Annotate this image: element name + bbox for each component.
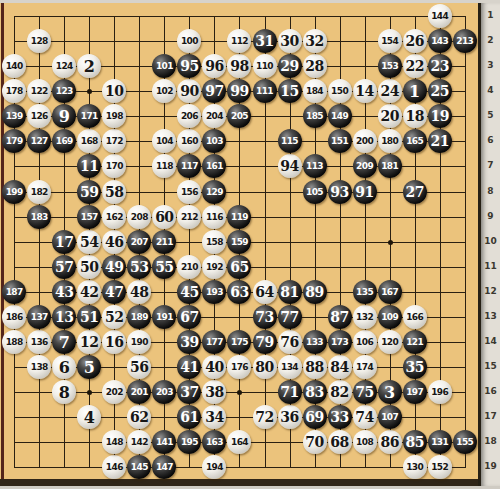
- stone-black-141: 141: [152, 430, 176, 454]
- star-point: [87, 89, 92, 94]
- stone-white-110: 110: [253, 54, 277, 78]
- stone-black-191: 191: [152, 305, 176, 329]
- stone-white-146: 146: [102, 455, 126, 479]
- stone-black-41: 41: [177, 355, 201, 379]
- stone-black-39: 39: [177, 330, 201, 354]
- stone-white-68: 68: [328, 430, 352, 454]
- row-label-1: 1: [481, 10, 500, 20]
- stone-black-57: 57: [52, 255, 76, 279]
- stone-white-22: 22: [403, 54, 427, 78]
- stone-white-102: 102: [152, 79, 176, 103]
- stone-black-205: 205: [227, 104, 251, 128]
- row-label-6: 6: [481, 135, 500, 145]
- stone-white-104: 104: [152, 129, 176, 153]
- stone-black-107: 107: [378, 405, 402, 429]
- stone-black-149: 149: [328, 104, 352, 128]
- row-label-5: 5: [481, 110, 500, 120]
- stone-white-156: 156: [177, 180, 201, 204]
- stone-black-77: 77: [278, 305, 302, 329]
- stone-white-132: 132: [353, 305, 377, 329]
- stone-white-24: 24: [378, 79, 402, 103]
- stone-black-79: 79: [253, 330, 277, 354]
- stone-white-80: 80: [253, 355, 277, 379]
- stone-white-52: 52: [102, 305, 126, 329]
- star-point: [237, 390, 242, 395]
- stone-white-144: 144: [428, 4, 452, 28]
- stone-white-186: 186: [2, 305, 26, 329]
- coordinate-strip: 12345678910111213141516171819: [481, 3, 500, 486]
- stone-black-99: 99: [227, 79, 251, 103]
- stone-white-112: 112: [227, 29, 251, 53]
- stone-black-175: 175: [227, 330, 251, 354]
- stone-black-87: 87: [328, 305, 352, 329]
- stone-white-26: 26: [403, 29, 427, 53]
- stone-white-60: 60: [152, 205, 176, 229]
- stone-black-53: 53: [127, 255, 151, 279]
- stone-white-8: 8: [52, 380, 76, 404]
- stone-white-154: 154: [378, 29, 402, 53]
- row-label-7: 7: [481, 160, 500, 170]
- stone-black-187: 187: [2, 280, 26, 304]
- stone-black-83: 83: [303, 380, 327, 404]
- stone-black-19: 19: [428, 104, 452, 128]
- stone-black-145: 145: [127, 455, 151, 479]
- stone-white-32: 32: [303, 29, 327, 53]
- stone-white-86: 86: [378, 430, 402, 454]
- stone-black-173: 173: [328, 330, 352, 354]
- stone-white-120: 120: [378, 330, 402, 354]
- stone-white-2: 2: [77, 54, 101, 78]
- stone-white-100: 100: [177, 29, 201, 53]
- stone-black-81: 81: [278, 280, 302, 304]
- stone-black-35: 35: [403, 355, 427, 379]
- stone-white-138: 138: [27, 355, 51, 379]
- row-label-10: 10: [481, 236, 500, 246]
- stone-black-103: 103: [202, 129, 226, 153]
- stone-white-208: 208: [127, 205, 151, 229]
- stone-black-65: 65: [227, 255, 251, 279]
- stone-black-43: 43: [52, 280, 76, 304]
- stone-black-165: 165: [403, 129, 427, 153]
- row-label-13: 13: [481, 311, 500, 321]
- stone-white-192: 192: [202, 255, 226, 279]
- stone-white-98: 98: [227, 54, 251, 78]
- row-label-15: 15: [481, 361, 500, 371]
- stone-black-129: 129: [202, 180, 226, 204]
- stone-black-113: 113: [303, 154, 327, 178]
- stone-black-203: 203: [152, 380, 176, 404]
- stone-white-106: 106: [353, 330, 377, 354]
- stone-white-128: 128: [27, 29, 51, 53]
- stone-black-123: 123: [52, 79, 76, 103]
- stone-black-3: 3: [378, 380, 402, 404]
- stone-black-159: 159: [227, 230, 251, 254]
- stone-black-207: 207: [127, 230, 151, 254]
- stone-black-97: 97: [202, 79, 226, 103]
- stone-white-174: 174: [353, 355, 377, 379]
- stone-black-23: 23: [428, 54, 452, 78]
- star-point: [87, 390, 92, 395]
- row-label-9: 9: [481, 211, 500, 221]
- stone-black-163: 163: [202, 430, 226, 454]
- stone-white-14: 14: [353, 79, 377, 103]
- stone-white-166: 166: [403, 305, 427, 329]
- stone-white-190: 190: [127, 330, 151, 354]
- stone-black-13: 13: [52, 305, 76, 329]
- stone-black-11: 11: [77, 154, 101, 178]
- stone-white-130: 130: [403, 455, 427, 479]
- stone-black-183: 183: [27, 205, 51, 229]
- stone-black-111: 111: [253, 79, 277, 103]
- stone-black-9: 9: [52, 104, 76, 128]
- stone-white-124: 124: [52, 54, 76, 78]
- stone-black-1: 1: [403, 79, 427, 103]
- stone-white-134: 134: [278, 355, 302, 379]
- stone-white-48: 48: [127, 280, 151, 304]
- stone-white-40: 40: [202, 355, 226, 379]
- stone-white-88: 88: [303, 355, 327, 379]
- stone-black-15: 15: [278, 79, 302, 103]
- stone-white-36: 36: [278, 405, 302, 429]
- stone-black-119: 119: [227, 205, 251, 229]
- stone-black-137: 137: [27, 305, 51, 329]
- row-label-4: 4: [481, 85, 500, 95]
- stone-black-135: 135: [353, 280, 377, 304]
- stone-black-55: 55: [152, 255, 176, 279]
- stone-black-47: 47: [102, 280, 126, 304]
- stone-white-164: 164: [227, 430, 251, 454]
- stone-black-189: 189: [127, 305, 151, 329]
- stone-black-211: 211: [152, 230, 176, 254]
- stone-black-209: 209: [353, 154, 377, 178]
- stone-black-155: 155: [453, 430, 477, 454]
- stone-black-167: 167: [378, 280, 402, 304]
- stone-white-204: 204: [202, 104, 226, 128]
- stone-black-71: 71: [278, 380, 302, 404]
- stone-black-115: 115: [278, 129, 302, 153]
- stone-black-171: 171: [77, 104, 101, 128]
- stone-white-94: 94: [278, 154, 302, 178]
- stone-black-63: 63: [227, 280, 251, 304]
- stone-white-176: 176: [227, 355, 251, 379]
- stone-white-34: 34: [202, 405, 226, 429]
- row-label-14: 14: [481, 336, 500, 346]
- stone-black-201: 201: [127, 380, 151, 404]
- stone-black-157: 157: [77, 205, 101, 229]
- stone-white-54: 54: [77, 230, 101, 254]
- stone-white-4: 4: [77, 405, 101, 429]
- stone-white-206: 206: [177, 104, 201, 128]
- stone-white-28: 28: [303, 54, 327, 78]
- stone-black-161: 161: [202, 154, 226, 178]
- stone-white-142: 142: [127, 430, 151, 454]
- stone-black-31: 31: [253, 29, 277, 53]
- stone-white-158: 158: [202, 230, 226, 254]
- stone-black-49: 49: [102, 255, 126, 279]
- row-label-8: 8: [481, 186, 500, 196]
- stone-white-116: 116: [202, 205, 226, 229]
- stone-white-212: 212: [177, 205, 201, 229]
- stone-white-70: 70: [303, 430, 327, 454]
- stone-black-133: 133: [303, 330, 327, 354]
- stone-white-20: 20: [378, 104, 402, 128]
- grid-line-horizontal: [14, 16, 466, 17]
- stone-white-96: 96: [202, 54, 226, 78]
- stone-black-213: 213: [453, 29, 477, 53]
- stone-white-168: 168: [77, 129, 101, 153]
- stone-black-117: 117: [177, 154, 201, 178]
- stone-white-178: 178: [2, 79, 26, 103]
- stone-black-199: 199: [2, 180, 26, 204]
- stone-black-169: 169: [52, 129, 76, 153]
- row-label-19: 19: [481, 461, 500, 471]
- stone-black-193: 193: [202, 280, 226, 304]
- stone-white-46: 46: [102, 230, 126, 254]
- row-label-17: 17: [481, 411, 500, 421]
- stone-white-184: 184: [303, 79, 327, 103]
- stone-white-62: 62: [127, 405, 151, 429]
- stone-white-118: 118: [152, 154, 176, 178]
- stone-white-72: 72: [253, 405, 277, 429]
- row-label-12: 12: [481, 286, 500, 296]
- stone-black-61: 61: [177, 405, 201, 429]
- stone-white-38: 38: [202, 380, 226, 404]
- stone-black-59: 59: [77, 180, 101, 204]
- board-bottom-shadow: [0, 479, 500, 486]
- stone-black-91: 91: [353, 180, 377, 204]
- stone-white-202: 202: [102, 380, 126, 404]
- stone-white-188: 188: [2, 330, 26, 354]
- stone-white-172: 172: [102, 129, 126, 153]
- stone-white-160: 160: [177, 129, 201, 153]
- stone-white-150: 150: [328, 79, 352, 103]
- stone-white-6: 6: [52, 355, 76, 379]
- row-label-16: 16: [481, 386, 500, 396]
- stone-white-196: 196: [428, 380, 452, 404]
- stone-black-181: 181: [378, 154, 402, 178]
- row-label-2: 2: [481, 35, 500, 45]
- row-label-3: 3: [481, 60, 500, 70]
- row-label-11: 11: [481, 261, 500, 271]
- stone-black-177: 177: [202, 330, 226, 354]
- stone-white-180: 180: [378, 129, 402, 153]
- go-game-diagram: 12345678910111213141516171819 1234567891…: [0, 0, 500, 489]
- stone-white-148: 148: [102, 430, 126, 454]
- stone-white-182: 182: [27, 180, 51, 204]
- stone-white-76: 76: [278, 330, 302, 354]
- go-board[interactable]: 1234567891011121314151617181920212223242…: [0, 0, 478, 479]
- stone-black-127: 127: [27, 129, 51, 153]
- stone-black-151: 151: [328, 129, 352, 153]
- stone-white-12: 12: [77, 330, 101, 354]
- stone-white-10: 10: [102, 79, 126, 103]
- stone-black-185: 185: [303, 104, 327, 128]
- stone-black-7: 7: [52, 330, 76, 354]
- stone-white-58: 58: [102, 180, 126, 204]
- star-point: [388, 240, 393, 245]
- stone-black-27: 27: [403, 180, 427, 204]
- stone-black-51: 51: [77, 305, 101, 329]
- stone-black-25: 25: [428, 79, 452, 103]
- stone-black-73: 73: [253, 305, 277, 329]
- stone-white-140: 140: [2, 54, 26, 78]
- stone-black-179: 179: [2, 129, 26, 153]
- stone-white-64: 64: [253, 280, 277, 304]
- stone-white-42: 42: [77, 280, 101, 304]
- stone-black-33: 33: [328, 405, 352, 429]
- stone-black-37: 37: [177, 380, 201, 404]
- stone-black-17: 17: [52, 230, 76, 254]
- stone-white-198: 198: [102, 104, 126, 128]
- stone-black-67: 67: [177, 305, 201, 329]
- stone-black-101: 101: [152, 54, 176, 78]
- grid-line-horizontal: [14, 467, 466, 468]
- stone-black-29: 29: [278, 54, 302, 78]
- stone-black-143: 143: [428, 29, 452, 53]
- row-label-18: 18: [481, 436, 500, 446]
- stone-black-195: 195: [177, 430, 201, 454]
- stone-black-121: 121: [403, 330, 427, 354]
- stone-white-50: 50: [77, 255, 101, 279]
- stone-black-197: 197: [403, 380, 427, 404]
- stone-white-210: 210: [177, 255, 201, 279]
- stone-black-5: 5: [77, 355, 101, 379]
- stone-black-21: 21: [428, 129, 452, 153]
- stone-white-136: 136: [27, 330, 51, 354]
- stone-white-16: 16: [102, 330, 126, 354]
- stone-white-162: 162: [102, 205, 126, 229]
- stone-white-18: 18: [403, 104, 427, 128]
- stone-white-152: 152: [428, 455, 452, 479]
- stone-white-122: 122: [27, 79, 51, 103]
- stone-black-45: 45: [177, 280, 201, 304]
- stone-black-85: 85: [403, 430, 427, 454]
- stone-white-200: 200: [353, 129, 377, 153]
- stone-white-56: 56: [127, 355, 151, 379]
- board-right-frame: [478, 3, 481, 486]
- stone-black-89: 89: [303, 280, 327, 304]
- stone-black-69: 69: [303, 405, 327, 429]
- stone-white-84: 84: [328, 355, 352, 379]
- stone-white-30: 30: [278, 29, 302, 53]
- stone-white-194: 194: [202, 455, 226, 479]
- stone-black-75: 75: [353, 380, 377, 404]
- stone-white-82: 82: [328, 380, 352, 404]
- stone-white-108: 108: [353, 430, 377, 454]
- stone-white-90: 90: [177, 79, 201, 103]
- stone-white-126: 126: [27, 104, 51, 128]
- stone-black-153: 153: [378, 54, 402, 78]
- stone-black-131: 131: [428, 430, 452, 454]
- stone-black-93: 93: [328, 180, 352, 204]
- stone-black-109: 109: [378, 305, 402, 329]
- stone-white-170: 170: [102, 154, 126, 178]
- stone-black-105: 105: [303, 180, 327, 204]
- stone-white-74: 74: [353, 405, 377, 429]
- stone-black-147: 147: [152, 455, 176, 479]
- stone-black-95: 95: [177, 54, 201, 78]
- stone-black-139: 139: [2, 104, 26, 128]
